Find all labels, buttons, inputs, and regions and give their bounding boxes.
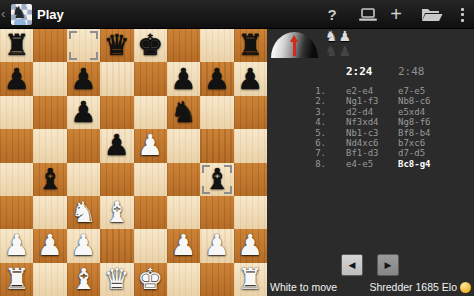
square-g4[interactable]: ♝	[200, 163, 233, 196]
square-b7[interactable]	[33, 62, 66, 95]
black-pawn-a7[interactable]: ♟	[4, 63, 30, 96]
square-h6[interactable]	[234, 96, 267, 129]
square-h8[interactable]: ♜	[234, 29, 267, 62]
square-a8[interactable]: ♜	[0, 29, 33, 62]
move-number: 5.	[267, 128, 326, 138]
black-move[interactable]: Ng8-f6	[398, 117, 458, 127]
square-h5[interactable]	[234, 129, 267, 162]
square-d8[interactable]: ♛	[100, 29, 133, 62]
white-move[interactable]: Bf1-d3	[346, 148, 398, 158]
open-folder-icon[interactable]	[418, 0, 446, 29]
move-row-3: 3.d2-d4e5xd4	[267, 107, 474, 117]
white-move[interactable]: Nb1-c3	[346, 128, 398, 138]
square-c3[interactable]: ♞	[67, 196, 100, 229]
page-title: Play	[37, 7, 64, 22]
black-move[interactable]: Nb8-c6	[398, 96, 458, 106]
square-g8[interactable]	[200, 29, 233, 62]
square-e6[interactable]	[134, 96, 167, 129]
move-number: 1.	[267, 86, 326, 96]
white-knight-c3[interactable]: ♞	[70, 196, 96, 229]
move-row-8: 8.e4-e5Bc8-g4	[267, 159, 474, 169]
square-f1[interactable]	[167, 263, 200, 296]
white-move[interactable]: e2-e4	[346, 86, 398, 96]
square-e3[interactable]	[134, 196, 167, 229]
white-pawn-h2[interactable]: ♟	[237, 229, 263, 262]
square-a6[interactable]	[0, 96, 33, 129]
move-back-button[interactable]: ◀	[341, 254, 363, 276]
new-game-plus-icon[interactable]: +	[384, 0, 408, 29]
white-queen-d1[interactable]: ♛	[104, 263, 130, 296]
white-move[interactable]: Nf3xd4	[346, 117, 398, 127]
white-rook-h1[interactable]: ♜	[237, 263, 263, 296]
square-d7[interactable]	[100, 62, 133, 95]
move-number: 8.	[267, 159, 326, 169]
engine-strength-label: Shredder 1685 Elo	[369, 281, 457, 293]
evaluation-gauge	[271, 32, 318, 58]
black-rook-a8[interactable]: ♜	[4, 29, 30, 62]
black-move[interactable]: e7-e5	[398, 86, 458, 96]
black-move[interactable]: d7-d5	[398, 148, 458, 158]
engine-laptop-icon[interactable]	[354, 0, 382, 29]
move-list: 1.e2-e4e7-e52.Ng1-f3Nb8-c63.d2-d4e5xd44.…	[267, 86, 474, 169]
move-row-5: 5.Nb1-c3Bf8-b4	[267, 128, 474, 138]
square-a3[interactable]	[0, 196, 33, 229]
square-d1[interactable]: ♛	[100, 263, 133, 296]
square-e4[interactable]	[134, 163, 167, 196]
gauge-needle-head-icon	[290, 35, 298, 42]
white-move[interactable]: e4-e5	[346, 159, 398, 169]
move-row-1: 1.e2-e4e7-e5	[267, 86, 474, 96]
black-move[interactable]: Bf8-b4	[398, 128, 458, 138]
black-pawn-f7[interactable]: ♟	[171, 63, 197, 96]
black-pawn-d5[interactable]: ♟	[104, 129, 130, 162]
square-g1[interactable]	[200, 263, 233, 296]
square-f7[interactable]: ♟	[167, 62, 200, 95]
black-move[interactable]: e5xd4	[398, 107, 458, 117]
square-b4[interactable]: ♝	[33, 163, 66, 196]
square-a7[interactable]: ♟	[0, 62, 33, 95]
square-g6[interactable]	[200, 96, 233, 129]
square-f5[interactable]	[167, 129, 200, 162]
white-king-e1[interactable]: ♚	[137, 263, 163, 296]
square-c6[interactable]: ♟	[67, 96, 100, 129]
black-move[interactable]: b7xc6	[398, 138, 458, 148]
black-queen-d8[interactable]: ♛	[104, 29, 130, 62]
move-number: 3.	[267, 107, 326, 117]
square-a1[interactable]: ♜	[0, 263, 33, 296]
square-h7[interactable]: ♟	[234, 62, 267, 95]
shredder-funnel-icon	[14, 19, 26, 25]
engine-mood-smiley-icon	[460, 282, 471, 293]
square-c1[interactable]: ♝	[67, 263, 100, 296]
square-h3[interactable]	[234, 196, 267, 229]
overflow-menu-icon[interactable]	[452, 0, 472, 29]
square-d5[interactable]: ♟	[100, 129, 133, 162]
white-pawn-a2[interactable]: ♟	[4, 229, 30, 262]
last-move-marker	[69, 31, 98, 60]
move-number: 4.	[267, 117, 326, 127]
square-c2[interactable]: ♟	[67, 229, 100, 262]
white-pawn-f2[interactable]: ♟	[171, 229, 197, 262]
gauge-needle-icon	[293, 41, 296, 56]
square-h2[interactable]: ♟	[234, 229, 267, 262]
square-c4[interactable]	[67, 163, 100, 196]
white-pawn-b2[interactable]: ♟	[37, 229, 63, 262]
move-row-2: 2.Ng1-f3Nb8-c6	[267, 96, 474, 106]
move-row-4: 4.Nf3xd4Ng8-f6	[267, 117, 474, 127]
shredder-app-icon[interactable]: ♞	[11, 4, 32, 25]
captured-black-pieces: ♞♟	[325, 44, 352, 59]
help-icon[interactable]: ?	[322, 0, 342, 29]
captured-pieces-tray: ♞♟ ♞♟	[325, 29, 352, 59]
square-g7[interactable]: ♟	[200, 62, 233, 95]
captured-white-pieces: ♞♟	[325, 29, 352, 44]
square-h1[interactable]: ♜	[234, 263, 267, 296]
white-move[interactable]: Nd4xc6	[346, 138, 398, 148]
square-e5[interactable]: ♟	[134, 129, 167, 162]
black-knight-f6[interactable]: ♞	[171, 96, 197, 129]
square-f3[interactable]	[167, 196, 200, 229]
black-pawn-g7[interactable]: ♟	[204, 63, 230, 96]
white-clock: 2:24	[346, 65, 373, 78]
chess-board: ♜♛♚♜♟♟♟♟♟♟♞♟♟♝♝♞♝♟♟♟♟♟♟♜♝♛♚♜	[0, 29, 267, 296]
square-a5[interactable]	[0, 129, 33, 162]
white-bishop-d3[interactable]: ♝	[104, 196, 130, 229]
action-bar: ‹ ♞ Play ? +	[0, 0, 474, 29]
square-d4[interactable]	[100, 163, 133, 196]
black-rook-h8[interactable]: ♜	[237, 29, 263, 62]
square-e8[interactable]: ♚	[134, 29, 167, 62]
square-b8[interactable]	[33, 29, 66, 62]
white-pawn-e5[interactable]: ♟	[137, 129, 163, 162]
square-g2[interactable]: ♟	[200, 229, 233, 262]
square-d3[interactable]: ♝	[100, 196, 133, 229]
clocks: 2:24 2:48	[267, 65, 474, 80]
back-chevron-icon[interactable]: ‹	[1, 6, 5, 22]
square-e2[interactable]	[134, 229, 167, 262]
square-e7[interactable]	[134, 62, 167, 95]
black-bishop-b4[interactable]: ♝	[37, 163, 63, 196]
white-pawn-c2[interactable]: ♟	[70, 229, 96, 262]
black-pawn-h7[interactable]: ♟	[237, 63, 263, 96]
square-g3[interactable]	[200, 196, 233, 229]
move-number: 7.	[267, 148, 326, 158]
black-clock: 2:48	[398, 65, 425, 78]
square-g5[interactable]	[200, 129, 233, 162]
square-d6[interactable]	[100, 96, 133, 129]
square-c5[interactable]	[67, 129, 100, 162]
square-f4[interactable]	[167, 163, 200, 196]
square-b6[interactable]	[33, 96, 66, 129]
black-move[interactable]: Bc8-g4	[398, 159, 458, 169]
square-c7[interactable]: ♟	[67, 62, 100, 95]
square-b5[interactable]	[33, 129, 66, 162]
square-e1[interactable]: ♚	[134, 263, 167, 296]
move-number: 6.	[267, 138, 326, 148]
move-number: 2.	[267, 96, 326, 106]
black-pawn-c7[interactable]: ♟	[70, 63, 96, 96]
white-move[interactable]: Ng1-f3	[346, 96, 398, 106]
side-to-move-label: White to move	[270, 281, 337, 293]
square-a4[interactable]	[0, 163, 33, 196]
shredder-play-screen: ‹ ♞ Play ? + ♜♛♚♜♟♟♟♟♟♟♞♟♟♝♝♞♝♟♟♟♟♟♟♜♝♛♚…	[0, 0, 474, 296]
move-forward-button[interactable]: ▶	[377, 254, 399, 276]
side-panel: ♞♟ ♞♟ 2:24 2:48 1.e2-e4e7-e52.Ng1-f3Nb8-…	[267, 29, 474, 296]
white-pawn-g2[interactable]: ♟	[204, 229, 230, 262]
status-row: White to move Shredder 1685 Elo	[267, 280, 474, 296]
square-b1[interactable]	[33, 263, 66, 296]
square-c8[interactable]	[67, 29, 100, 62]
black-bishop-g4[interactable]: ♝	[204, 163, 230, 196]
white-move[interactable]: d2-d4	[346, 107, 398, 117]
black-pawn-c6[interactable]: ♟	[70, 96, 96, 129]
square-f2[interactable]: ♟	[167, 229, 200, 262]
white-bishop-c1[interactable]: ♝	[70, 263, 96, 296]
square-h4[interactable]	[234, 163, 267, 196]
square-f6[interactable]: ♞	[167, 96, 200, 129]
square-d2[interactable]	[100, 229, 133, 262]
square-b2[interactable]: ♟	[33, 229, 66, 262]
move-row-6: 6.Nd4xc6b7xc6	[267, 138, 474, 148]
square-b3[interactable]	[33, 196, 66, 229]
black-king-e8[interactable]: ♚	[137, 29, 163, 62]
square-f8[interactable]	[167, 29, 200, 62]
move-row-7: 7.Bf1-d3d7-d5	[267, 148, 474, 158]
square-a2[interactable]: ♟	[0, 229, 33, 262]
white-rook-a1[interactable]: ♜	[4, 263, 30, 296]
